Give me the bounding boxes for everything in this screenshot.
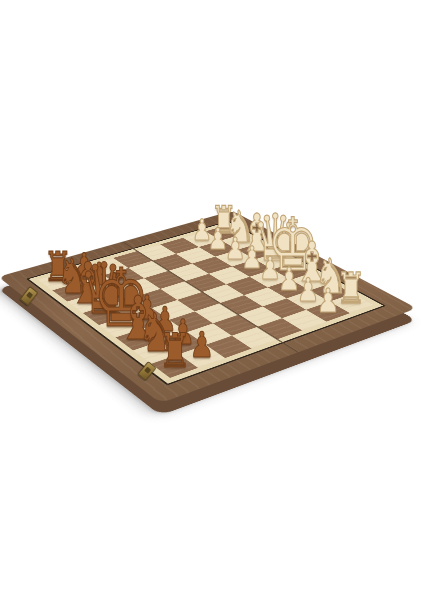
product-photo-canvas: ♜♞♝♛♚♝♞♜♟♟♟♟♟♟♟♟♟♟♟♟♟♟♟♟♜♞♝♛♚♝♞♜	[0, 0, 424, 600]
chess-board	[0, 211, 417, 404]
